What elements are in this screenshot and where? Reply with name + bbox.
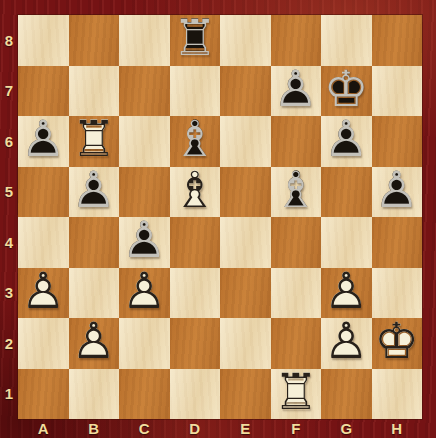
white-pawn-icon: ♟	[119, 266, 170, 317]
file-label-b: B	[69, 419, 120, 438]
square-e1[interactable]	[220, 369, 271, 420]
white-pawn-outline-icon: ♙	[321, 316, 372, 367]
square-e2[interactable]	[220, 318, 271, 369]
square-a7[interactable]	[18, 66, 69, 117]
square-f5[interactable]: ♝♗	[271, 167, 322, 218]
square-d7[interactable]	[170, 66, 221, 117]
black-pawn-outline-icon: ♙	[372, 165, 423, 216]
black-pawn-icon: ♟	[119, 215, 170, 266]
square-c1[interactable]	[119, 369, 170, 420]
square-a8[interactable]	[18, 15, 69, 66]
black-king-icon: ♚	[321, 64, 372, 115]
file-label-d: D	[170, 419, 221, 438]
black-bishop-icon: ♝	[170, 114, 221, 165]
black-pawn-icon: ♟	[18, 114, 69, 165]
square-d2[interactable]	[170, 318, 221, 369]
square-b4[interactable]	[69, 217, 120, 268]
square-e6[interactable]	[220, 116, 271, 167]
square-c4[interactable]: ♟♙	[119, 217, 170, 268]
square-a5[interactable]	[18, 167, 69, 218]
square-d1[interactable]	[170, 369, 221, 420]
file-labels: ABCDEFGH	[18, 419, 422, 438]
square-f1[interactable]: ♜♖	[271, 369, 322, 420]
square-g1[interactable]	[321, 369, 372, 420]
file-label-h: H	[372, 419, 423, 438]
square-a3[interactable]: ♟♙	[18, 268, 69, 319]
black-pawn-outline-icon: ♙	[321, 114, 372, 165]
square-c2[interactable]	[119, 318, 170, 369]
black-pawn-icon: ♟	[69, 165, 120, 216]
file-label-a: A	[18, 419, 69, 438]
square-a4[interactable]	[18, 217, 69, 268]
square-h4[interactable]	[372, 217, 423, 268]
square-g8[interactable]	[321, 15, 372, 66]
white-bishop-outline-icon: ♗	[170, 165, 221, 216]
square-h2[interactable]: ♚♔	[372, 318, 423, 369]
square-e3[interactable]	[220, 268, 271, 319]
square-d8[interactable]: ♜♖	[170, 15, 221, 66]
white-rook-outline-icon: ♖	[69, 114, 120, 165]
square-d4[interactable]	[170, 217, 221, 268]
square-c3[interactable]: ♟♙	[119, 268, 170, 319]
square-b6[interactable]: ♜♖	[69, 116, 120, 167]
white-pawn-icon: ♟	[321, 316, 372, 367]
white-rook-icon: ♜	[69, 114, 120, 165]
white-pawn-icon: ♟	[69, 316, 120, 367]
rank-label-7: 7	[0, 66, 18, 117]
rank-label-1: 1	[0, 369, 18, 420]
square-d6[interactable]: ♝♗	[170, 116, 221, 167]
file-label-c: C	[119, 419, 170, 438]
black-pawn-icon: ♟	[372, 165, 423, 216]
square-f7[interactable]: ♟♙	[271, 66, 322, 117]
black-pawn-icon: ♟	[321, 114, 372, 165]
square-c6[interactable]	[119, 116, 170, 167]
square-f6[interactable]	[271, 116, 322, 167]
square-e5[interactable]	[220, 167, 271, 218]
white-pawn-outline-icon: ♙	[69, 316, 120, 367]
square-h5[interactable]: ♟♙	[372, 167, 423, 218]
square-h1[interactable]	[372, 369, 423, 420]
square-a6[interactable]: ♟♙	[18, 116, 69, 167]
square-g6[interactable]: ♟♙	[321, 116, 372, 167]
black-pawn-outline-icon: ♙	[119, 215, 170, 266]
square-b2[interactable]: ♟♙	[69, 318, 120, 369]
rank-label-5: 5	[0, 167, 18, 218]
file-label-f: F	[271, 419, 322, 438]
black-king-outline-icon: ♔	[321, 64, 372, 115]
square-c5[interactable]	[119, 167, 170, 218]
square-b3[interactable]	[69, 268, 120, 319]
square-d5[interactable]: ♝♗	[170, 167, 221, 218]
rank-label-6: 6	[0, 116, 18, 167]
square-b1[interactable]	[69, 369, 120, 420]
square-h7[interactable]	[372, 66, 423, 117]
square-h3[interactable]	[372, 268, 423, 319]
square-f8[interactable]	[271, 15, 322, 66]
square-e7[interactable]	[220, 66, 271, 117]
black-pawn-outline-icon: ♙	[271, 64, 322, 115]
square-h6[interactable]	[372, 116, 423, 167]
rank-labels: 87654321	[0, 15, 18, 419]
square-b5[interactable]: ♟♙	[69, 167, 120, 218]
white-pawn-icon: ♟	[321, 266, 372, 317]
square-b7[interactable]	[69, 66, 120, 117]
square-a1[interactable]	[18, 369, 69, 420]
white-rook-icon: ♜	[271, 367, 322, 418]
square-g7[interactable]: ♚♔	[321, 66, 372, 117]
square-g5[interactable]	[321, 167, 372, 218]
black-bishop-outline-icon: ♗	[170, 114, 221, 165]
white-king-outline-icon: ♔	[372, 316, 423, 367]
white-rook-outline-icon: ♖	[271, 367, 322, 418]
rank-label-3: 3	[0, 268, 18, 319]
white-bishop-icon: ♝	[170, 165, 221, 216]
black-pawn-outline-icon: ♙	[69, 165, 120, 216]
white-pawn-outline-icon: ♙	[18, 266, 69, 317]
square-e8[interactable]	[220, 15, 271, 66]
file-label-e: E	[220, 419, 271, 438]
rank-label-4: 4	[0, 217, 18, 268]
white-king-icon: ♚	[372, 316, 423, 367]
rank-label-8: 8	[0, 15, 18, 66]
black-bishop-outline-icon: ♗	[271, 165, 322, 216]
square-a2[interactable]	[18, 318, 69, 369]
square-g4[interactable]	[321, 217, 372, 268]
square-g2[interactable]: ♟♙	[321, 318, 372, 369]
file-label-g: G	[321, 419, 372, 438]
square-f4[interactable]	[271, 217, 322, 268]
black-rook-outline-icon: ♖	[170, 13, 221, 64]
black-pawn-icon: ♟	[271, 64, 322, 115]
square-e4[interactable]	[220, 217, 271, 268]
square-d3[interactable]	[170, 268, 221, 319]
chess-board-frame: 87654321 ABCDEFGH ♜♖♟♙♚♔♟♙♜♖♝♗♟♙♟♙♝♗♝♗♟♙…	[0, 0, 436, 438]
square-g3[interactable]: ♟♙	[321, 268, 372, 319]
square-b8[interactable]	[69, 15, 120, 66]
white-pawn-outline-icon: ♙	[321, 266, 372, 317]
square-c8[interactable]	[119, 15, 170, 66]
black-pawn-outline-icon: ♙	[18, 114, 69, 165]
rank-label-2: 2	[0, 318, 18, 369]
square-h8[interactable]	[372, 15, 423, 66]
black-bishop-icon: ♝	[271, 165, 322, 216]
square-f2[interactable]	[271, 318, 322, 369]
square-c7[interactable]	[119, 66, 170, 117]
white-pawn-outline-icon: ♙	[119, 266, 170, 317]
chess-board: ♜♖♟♙♚♔♟♙♜♖♝♗♟♙♟♙♝♗♝♗♟♙♟♙♟♙♟♙♟♙♟♙♟♙♚♔♜♖	[18, 15, 422, 419]
white-pawn-icon: ♟	[18, 266, 69, 317]
square-f3[interactable]	[271, 268, 322, 319]
black-rook-icon: ♜	[170, 13, 221, 64]
